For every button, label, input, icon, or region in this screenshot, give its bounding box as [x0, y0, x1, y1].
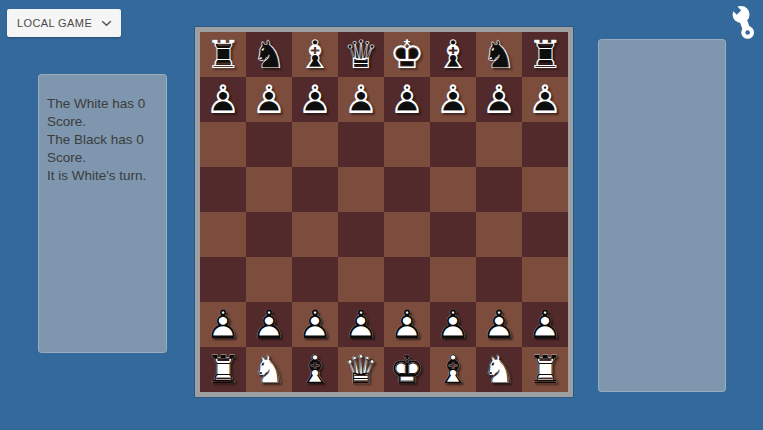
piece-black-bishop[interactable]: ♝♗ — [430, 32, 476, 77]
piece-black-pawn[interactable]: ♟♙ — [384, 77, 430, 122]
square-f5[interactable] — [430, 167, 476, 212]
square-f1[interactable]: ♝♗ — [430, 347, 476, 392]
square-c4[interactable] — [292, 212, 338, 257]
square-d3[interactable] — [338, 257, 384, 302]
square-a2[interactable]: ♟♙ — [200, 302, 246, 347]
wrench-icon — [726, 4, 758, 42]
piece-black-queen[interactable]: ♛♕ — [338, 32, 384, 77]
square-f2[interactable]: ♟♙ — [430, 302, 476, 347]
square-h3[interactable] — [522, 257, 568, 302]
square-a5[interactable] — [200, 167, 246, 212]
game-mode-value: LOCAL GAME — [17, 17, 92, 29]
square-d5[interactable] — [338, 167, 384, 212]
square-c5[interactable] — [292, 167, 338, 212]
piece-glyph-detail: ♙ — [476, 77, 522, 122]
piece-glyph-detail: ♔ — [384, 347, 430, 392]
side-panel-right — [598, 39, 726, 392]
square-g6[interactable] — [476, 122, 522, 167]
square-f8[interactable]: ♝♗ — [430, 32, 476, 77]
piece-black-pawn[interactable]: ♟♙ — [338, 77, 384, 122]
square-e2[interactable]: ♟♙ — [384, 302, 430, 347]
piece-white-queen[interactable]: ♛♕ — [338, 347, 384, 392]
square-h6[interactable] — [522, 122, 568, 167]
square-e8[interactable]: ♚♔ — [384, 32, 430, 77]
square-b5[interactable] — [246, 167, 292, 212]
square-b7[interactable]: ♟♙ — [246, 77, 292, 122]
piece-black-knight[interactable]: ♞♘ — [246, 32, 292, 77]
piece-glyph-detail: ♗ — [292, 32, 338, 77]
piece-glyph-detail: ♙ — [430, 77, 476, 122]
piece-black-pawn[interactable]: ♟♙ — [246, 77, 292, 122]
piece-black-knight[interactable]: ♞♘ — [476, 32, 522, 77]
piece-glyph-detail: ♘ — [246, 32, 292, 77]
piece-glyph-detail: ♕ — [338, 32, 384, 77]
status-line: The White has 0 Score. — [47, 95, 161, 131]
square-b6[interactable] — [246, 122, 292, 167]
settings-button[interactable] — [725, 3, 759, 43]
square-c8[interactable]: ♝♗ — [292, 32, 338, 77]
piece-glyph-detail: ♗ — [292, 347, 338, 392]
piece-glyph-detail: ♙ — [476, 302, 522, 347]
square-a6[interactable] — [200, 122, 246, 167]
piece-glyph-detail: ♙ — [338, 302, 384, 347]
piece-white-knight[interactable]: ♞♘ — [246, 347, 292, 392]
square-f4[interactable] — [430, 212, 476, 257]
square-h4[interactable] — [522, 212, 568, 257]
square-h2[interactable]: ♟♙ — [522, 302, 568, 347]
game-mode-select[interactable]: LOCAL GAME — [7, 9, 121, 37]
square-e6[interactable] — [384, 122, 430, 167]
square-e4[interactable] — [384, 212, 430, 257]
chess-board: ♜♖♞♘♝♗♛♕♚♔♝♗♞♘♜♖♟♙♟♙♟♙♟♙♟♙♟♙♟♙♟♙♟♙♟♙♟♙♟♙… — [200, 32, 568, 392]
square-a8[interactable]: ♜♖ — [200, 32, 246, 77]
square-a4[interactable] — [200, 212, 246, 257]
piece-glyph-detail: ♕ — [338, 347, 384, 392]
square-c3[interactable] — [292, 257, 338, 302]
square-f6[interactable] — [430, 122, 476, 167]
square-d8[interactable]: ♛♕ — [338, 32, 384, 77]
piece-glyph-detail: ♙ — [292, 302, 338, 347]
square-h1[interactable]: ♜♖ — [522, 347, 568, 392]
piece-glyph-detail: ♙ — [522, 302, 568, 347]
piece-black-pawn[interactable]: ♟♙ — [200, 77, 246, 122]
square-g8[interactable]: ♞♘ — [476, 32, 522, 77]
piece-glyph-detail: ♘ — [476, 347, 522, 392]
status-line: It is White's turn. — [47, 167, 161, 185]
square-h8[interactable]: ♜♖ — [522, 32, 568, 77]
piece-glyph-detail: ♙ — [522, 77, 568, 122]
square-c6[interactable] — [292, 122, 338, 167]
piece-white-pawn[interactable]: ♟♙ — [200, 302, 246, 347]
piece-glyph-detail: ♙ — [384, 77, 430, 122]
square-g1[interactable]: ♞♘ — [476, 347, 522, 392]
piece-glyph-detail: ♖ — [200, 32, 246, 77]
piece-black-king[interactable]: ♚♔ — [384, 32, 430, 77]
square-d2[interactable]: ♟♙ — [338, 302, 384, 347]
square-g4[interactable] — [476, 212, 522, 257]
piece-white-pawn[interactable]: ♟♙ — [476, 302, 522, 347]
piece-white-pawn[interactable]: ♟♙ — [246, 302, 292, 347]
square-b8[interactable]: ♞♘ — [246, 32, 292, 77]
piece-white-pawn[interactable]: ♟♙ — [430, 302, 476, 347]
piece-glyph-detail: ♙ — [292, 77, 338, 122]
square-f3[interactable] — [430, 257, 476, 302]
square-h7[interactable]: ♟♙ — [522, 77, 568, 122]
chevron-down-icon — [101, 20, 112, 27]
piece-glyph-detail: ♙ — [384, 302, 430, 347]
square-e7[interactable]: ♟♙ — [384, 77, 430, 122]
square-g7[interactable]: ♟♙ — [476, 77, 522, 122]
square-e1[interactable]: ♚♔ — [384, 347, 430, 392]
piece-glyph-detail: ♘ — [246, 347, 292, 392]
square-b4[interactable] — [246, 212, 292, 257]
square-c1[interactable]: ♝♗ — [292, 347, 338, 392]
square-b3[interactable] — [246, 257, 292, 302]
piece-black-pawn[interactable]: ♟♙ — [292, 77, 338, 122]
piece-glyph-detail: ♗ — [430, 347, 476, 392]
square-f7[interactable]: ♟♙ — [430, 77, 476, 122]
square-e3[interactable] — [384, 257, 430, 302]
piece-glyph-detail: ♖ — [522, 347, 568, 392]
piece-white-pawn[interactable]: ♟♙ — [522, 302, 568, 347]
piece-glyph-detail: ♙ — [200, 77, 246, 122]
piece-glyph-detail: ♙ — [246, 302, 292, 347]
piece-glyph-detail: ♙ — [430, 302, 476, 347]
square-d1[interactable]: ♛♕ — [338, 347, 384, 392]
piece-glyph-detail: ♖ — [522, 32, 568, 77]
piece-black-rook[interactable]: ♜♖ — [522, 32, 568, 77]
piece-glyph-detail: ♙ — [246, 77, 292, 122]
square-c7[interactable]: ♟♙ — [292, 77, 338, 122]
piece-white-pawn[interactable]: ♟♙ — [384, 302, 430, 347]
piece-black-bishop[interactable]: ♝♗ — [292, 32, 338, 77]
piece-glyph-detail: ♘ — [476, 32, 522, 77]
square-b1[interactable]: ♞♘ — [246, 347, 292, 392]
square-a1[interactable]: ♜♖ — [200, 347, 246, 392]
piece-black-pawn[interactable]: ♟♙ — [522, 77, 568, 122]
square-e5[interactable] — [384, 167, 430, 212]
square-c2[interactable]: ♟♙ — [292, 302, 338, 347]
piece-black-rook[interactable]: ♜♖ — [200, 32, 246, 77]
piece-white-pawn[interactable]: ♟♙ — [292, 302, 338, 347]
piece-black-pawn[interactable]: ♟♙ — [430, 77, 476, 122]
chess-board-frame: ♜♖♞♘♝♗♛♕♚♔♝♗♞♘♜♖♟♙♟♙♟♙♟♙♟♙♟♙♟♙♟♙♟♙♟♙♟♙♟♙… — [195, 27, 573, 397]
piece-white-king[interactable]: ♚♔ — [384, 347, 430, 392]
piece-black-pawn[interactable]: ♟♙ — [476, 77, 522, 122]
status-line: The Black has 0 Score. — [47, 131, 161, 167]
piece-white-pawn[interactable]: ♟♙ — [338, 302, 384, 347]
piece-white-rook[interactable]: ♜♖ — [522, 347, 568, 392]
status-panel: The White has 0 Score.The Black has 0 Sc… — [38, 74, 167, 353]
status-text: The White has 0 Score.The Black has 0 Sc… — [39, 75, 166, 185]
square-g5[interactable] — [476, 167, 522, 212]
piece-glyph-detail: ♙ — [200, 302, 246, 347]
square-a7[interactable]: ♟♙ — [200, 77, 246, 122]
piece-glyph-detail: ♗ — [430, 32, 476, 77]
piece-white-bishop[interactable]: ♝♗ — [430, 347, 476, 392]
piece-white-rook[interactable]: ♜♖ — [200, 347, 246, 392]
piece-glyph-detail: ♖ — [200, 347, 246, 392]
square-d6[interactable] — [338, 122, 384, 167]
square-g3[interactable] — [476, 257, 522, 302]
piece-white-knight[interactable]: ♞♘ — [476, 347, 522, 392]
piece-glyph-detail: ♔ — [384, 32, 430, 77]
square-a3[interactable] — [200, 257, 246, 302]
square-d4[interactable] — [338, 212, 384, 257]
piece-glyph-detail: ♙ — [338, 77, 384, 122]
square-d7[interactable]: ♟♙ — [338, 77, 384, 122]
square-g2[interactable]: ♟♙ — [476, 302, 522, 347]
piece-white-bishop[interactable]: ♝♗ — [292, 347, 338, 392]
square-b2[interactable]: ♟♙ — [246, 302, 292, 347]
square-h5[interactable] — [522, 167, 568, 212]
